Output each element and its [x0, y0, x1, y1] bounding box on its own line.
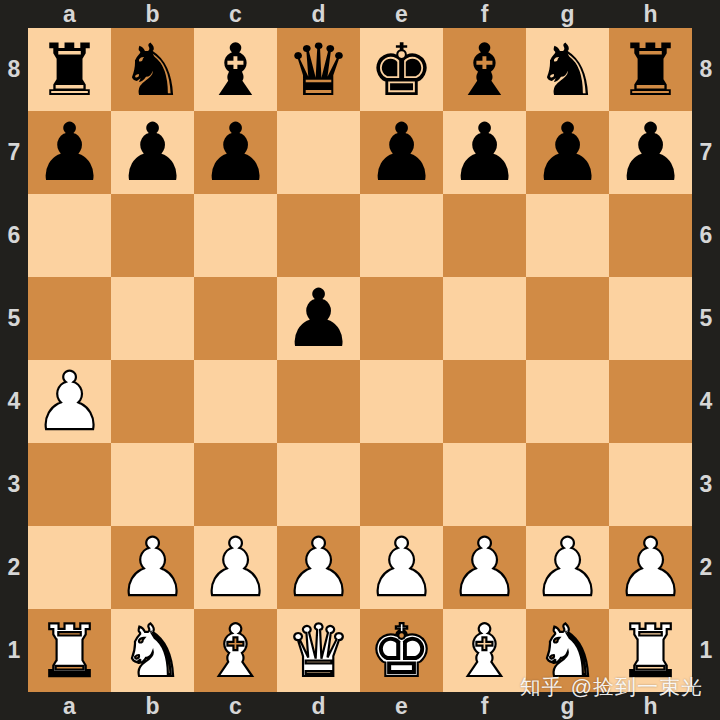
- square-g7[interactable]: ♟: [526, 111, 609, 194]
- black-pawn[interactable]: ♟: [117, 113, 189, 193]
- square-h8[interactable]: ♜: [609, 28, 692, 111]
- square-f1[interactable]: ♝: [443, 609, 526, 692]
- rank-labels-right: 87654321: [692, 28, 720, 692]
- white-bishop[interactable]: ♝: [452, 615, 517, 687]
- square-a3[interactable]: [28, 443, 111, 526]
- white-pawn[interactable]: ♟: [283, 528, 355, 608]
- white-queen[interactable]: ♛: [286, 615, 351, 687]
- square-e3[interactable]: [360, 443, 443, 526]
- square-e7[interactable]: ♟: [360, 111, 443, 194]
- square-a5[interactable]: [28, 277, 111, 360]
- watermark-text: 知乎 @捡到一束光: [520, 673, 703, 701]
- square-b1[interactable]: ♞: [111, 609, 194, 692]
- black-rook[interactable]: ♜: [37, 34, 102, 106]
- rank-label-3: 3: [0, 443, 28, 526]
- white-pawn[interactable]: ♟: [532, 528, 604, 608]
- black-pawn[interactable]: ♟: [615, 113, 687, 193]
- square-f2[interactable]: ♟: [443, 526, 526, 609]
- file-label-a: a: [28, 692, 111, 720]
- square-g5[interactable]: [526, 277, 609, 360]
- black-knight[interactable]: ♞: [535, 34, 600, 106]
- rank-label-6: 6: [692, 194, 720, 277]
- file-label-f: f: [443, 692, 526, 720]
- black-pawn[interactable]: ♟: [200, 113, 272, 193]
- square-a6[interactable]: [28, 194, 111, 277]
- square-g4[interactable]: [526, 360, 609, 443]
- square-d1[interactable]: ♛: [277, 609, 360, 692]
- file-label-c: c: [194, 0, 277, 28]
- chess-board: ♜♞♝♛♚♝♞♜♟♟♟♟♟♟♟♟♟♟♟♟♟♟♟♟♜♞♝♛♚♝♞♜: [28, 28, 692, 692]
- black-king[interactable]: ♚: [369, 34, 434, 106]
- rank-label-4: 4: [692, 360, 720, 443]
- square-b3[interactable]: [111, 443, 194, 526]
- square-e6[interactable]: [360, 194, 443, 277]
- black-bishop[interactable]: ♝: [452, 34, 517, 106]
- file-label-d: d: [277, 692, 360, 720]
- square-b7[interactable]: ♟: [111, 111, 194, 194]
- square-g2[interactable]: ♟: [526, 526, 609, 609]
- file-labels-top: abcdefgh: [28, 0, 692, 28]
- file-label-h: h: [609, 0, 692, 28]
- white-knight[interactable]: ♞: [120, 615, 185, 687]
- rank-label-8: 8: [692, 28, 720, 111]
- square-a1[interactable]: ♜: [28, 609, 111, 692]
- square-e4[interactable]: [360, 360, 443, 443]
- square-h4[interactable]: [609, 360, 692, 443]
- rank-label-5: 5: [0, 277, 28, 360]
- file-label-e: e: [360, 0, 443, 28]
- file-label-b: b: [111, 0, 194, 28]
- square-g6[interactable]: [526, 194, 609, 277]
- black-pawn[interactable]: ♟: [283, 279, 355, 359]
- white-king[interactable]: ♚: [369, 615, 434, 687]
- square-d3[interactable]: [277, 443, 360, 526]
- rank-label-2: 2: [0, 526, 28, 609]
- square-h6[interactable]: [609, 194, 692, 277]
- black-knight[interactable]: ♞: [120, 34, 185, 106]
- square-h2[interactable]: ♟: [609, 526, 692, 609]
- black-bishop[interactable]: ♝: [203, 34, 268, 106]
- black-rook[interactable]: ♜: [618, 34, 683, 106]
- square-a4[interactable]: ♟: [28, 360, 111, 443]
- square-d2[interactable]: ♟: [277, 526, 360, 609]
- white-pawn[interactable]: ♟: [34, 362, 106, 442]
- square-c3[interactable]: [194, 443, 277, 526]
- white-bishop[interactable]: ♝: [203, 615, 268, 687]
- black-queen[interactable]: ♛: [286, 34, 351, 106]
- square-b5[interactable]: [111, 277, 194, 360]
- square-f7[interactable]: ♟: [443, 111, 526, 194]
- black-pawn[interactable]: ♟: [449, 113, 521, 193]
- white-pawn[interactable]: ♟: [449, 528, 521, 608]
- square-b6[interactable]: [111, 194, 194, 277]
- square-a2[interactable]: [28, 526, 111, 609]
- square-f8[interactable]: ♝: [443, 28, 526, 111]
- rank-label-5: 5: [692, 277, 720, 360]
- square-a7[interactable]: ♟: [28, 111, 111, 194]
- file-label-b: b: [111, 692, 194, 720]
- square-f5[interactable]: [443, 277, 526, 360]
- black-pawn[interactable]: ♟: [532, 113, 604, 193]
- white-pawn[interactable]: ♟: [615, 528, 687, 608]
- rank-label-3: 3: [692, 443, 720, 526]
- white-pawn[interactable]: ♟: [366, 528, 438, 608]
- square-d5[interactable]: ♟: [277, 277, 360, 360]
- square-b4[interactable]: [111, 360, 194, 443]
- square-d6[interactable]: [277, 194, 360, 277]
- square-g8[interactable]: ♞: [526, 28, 609, 111]
- square-f3[interactable]: [443, 443, 526, 526]
- white-rook[interactable]: ♜: [37, 615, 102, 687]
- black-pawn[interactable]: ♟: [366, 113, 438, 193]
- square-d8[interactable]: ♛: [277, 28, 360, 111]
- rank-label-7: 7: [0, 111, 28, 194]
- file-label-a: a: [28, 0, 111, 28]
- square-b2[interactable]: ♟: [111, 526, 194, 609]
- rank-label-4: 4: [0, 360, 28, 443]
- rank-label-7: 7: [692, 111, 720, 194]
- square-c1[interactable]: ♝: [194, 609, 277, 692]
- file-label-g: g: [526, 0, 609, 28]
- square-c7[interactable]: ♟: [194, 111, 277, 194]
- square-h7[interactable]: ♟: [609, 111, 692, 194]
- square-e8[interactable]: ♚: [360, 28, 443, 111]
- square-c4[interactable]: [194, 360, 277, 443]
- square-b8[interactable]: ♞: [111, 28, 194, 111]
- square-d7[interactable]: [277, 111, 360, 194]
- file-label-c: c: [194, 692, 277, 720]
- square-h3[interactable]: [609, 443, 692, 526]
- black-pawn[interactable]: ♟: [34, 113, 106, 193]
- square-c8[interactable]: ♝: [194, 28, 277, 111]
- rank-label-1: 1: [0, 609, 28, 692]
- square-f6[interactable]: [443, 194, 526, 277]
- white-pawn[interactable]: ♟: [117, 528, 189, 608]
- square-d4[interactable]: [277, 360, 360, 443]
- rank-label-8: 8: [0, 28, 28, 111]
- white-pawn[interactable]: ♟: [200, 528, 272, 608]
- file-label-e: e: [360, 692, 443, 720]
- square-h5[interactable]: [609, 277, 692, 360]
- square-g3[interactable]: [526, 443, 609, 526]
- square-f4[interactable]: [443, 360, 526, 443]
- square-c6[interactable]: [194, 194, 277, 277]
- rank-labels-left: 87654321: [0, 28, 28, 692]
- file-label-f: f: [443, 0, 526, 28]
- square-e5[interactable]: [360, 277, 443, 360]
- square-e2[interactable]: ♟: [360, 526, 443, 609]
- square-a8[interactable]: ♜: [28, 28, 111, 111]
- rank-label-2: 2: [692, 526, 720, 609]
- square-e1[interactable]: ♚: [360, 609, 443, 692]
- square-c5[interactable]: [194, 277, 277, 360]
- file-label-d: d: [277, 0, 360, 28]
- chessboard-diagram: abcdefgh 87654321 ♜♞♝♛♚♝♞♜♟♟♟♟♟♟♟♟♟♟♟♟♟♟…: [0, 0, 720, 720]
- square-c2[interactable]: ♟: [194, 526, 277, 609]
- rank-label-6: 6: [0, 194, 28, 277]
